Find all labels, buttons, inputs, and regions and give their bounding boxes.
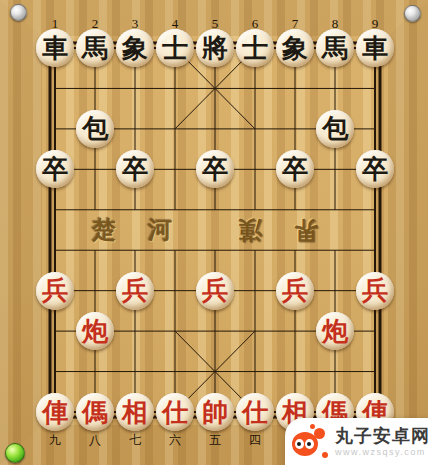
watermark-brand: 丸子安卓网 (335, 427, 428, 445)
watermark-panel: 丸子安卓网 www.wzsqsy.com (285, 418, 428, 465)
piece-red-c9r7[interactable]: 兵 (356, 272, 394, 310)
piece-red-c3r7[interactable]: 兵 (116, 272, 154, 310)
column-numeral-bottom: 七 (125, 433, 145, 447)
river-character: 河 (148, 216, 172, 244)
river-character: 楚 (92, 216, 116, 244)
piece-red-c2r8[interactable]: 炮 (76, 312, 114, 350)
river-character: 漢 (238, 216, 262, 244)
watermark-mascot-icon (292, 426, 330, 460)
piece-black-c8r3[interactable]: 包 (316, 110, 354, 148)
watermark-url: www.wzsqsy.com (335, 448, 428, 457)
piece-red-c5r10[interactable]: 帥 (196, 393, 234, 431)
column-numeral-bottom: 六 (165, 433, 185, 447)
piece-red-c1r10[interactable]: 俥 (36, 393, 74, 431)
river-character: 界 (294, 216, 318, 244)
river-text-left: 楚河 (92, 216, 172, 244)
piece-black-c6r1[interactable]: 士 (236, 29, 274, 67)
piece-red-c5r7[interactable]: 兵 (196, 272, 234, 310)
piece-black-c4r1[interactable]: 士 (156, 29, 194, 67)
piece-red-c7r7[interactable]: 兵 (276, 272, 314, 310)
piece-black-c3r1[interactable]: 象 (116, 29, 154, 67)
screw-top-left-icon (10, 4, 27, 21)
screw-bottom-left-icon (5, 443, 25, 463)
xiangqi-app-window: 123456789 九八七六五四三二一 楚河 漢界 車馬象士將士象馬車包包卒卒卒… (0, 0, 428, 465)
piece-black-c7r1[interactable]: 象 (276, 29, 314, 67)
column-numeral-bottom: 四 (245, 433, 265, 447)
piece-red-c4r10[interactable]: 仕 (156, 393, 194, 431)
piece-red-c1r7[interactable]: 兵 (36, 272, 74, 310)
piece-red-c3r10[interactable]: 相 (116, 393, 154, 431)
piece-black-c9r1[interactable]: 車 (356, 29, 394, 67)
screw-top-right-icon (404, 5, 421, 22)
piece-black-c5r1[interactable]: 將 (196, 29, 234, 67)
river-text-right: 漢界 (238, 216, 318, 244)
piece-red-c2r10[interactable]: 傌 (76, 393, 114, 431)
piece-red-c8r8[interactable]: 炮 (316, 312, 354, 350)
column-numeral-bottom: 八 (85, 433, 105, 447)
piece-black-c1r1[interactable]: 車 (36, 29, 74, 67)
piece-red-c6r10[interactable]: 仕 (236, 393, 274, 431)
column-numeral-bottom: 九 (45, 433, 65, 447)
piece-black-c2r1[interactable]: 馬 (76, 29, 114, 67)
column-numeral-bottom: 五 (205, 433, 225, 447)
piece-black-c8r1[interactable]: 馬 (316, 29, 354, 67)
piece-black-c2r3[interactable]: 包 (76, 110, 114, 148)
